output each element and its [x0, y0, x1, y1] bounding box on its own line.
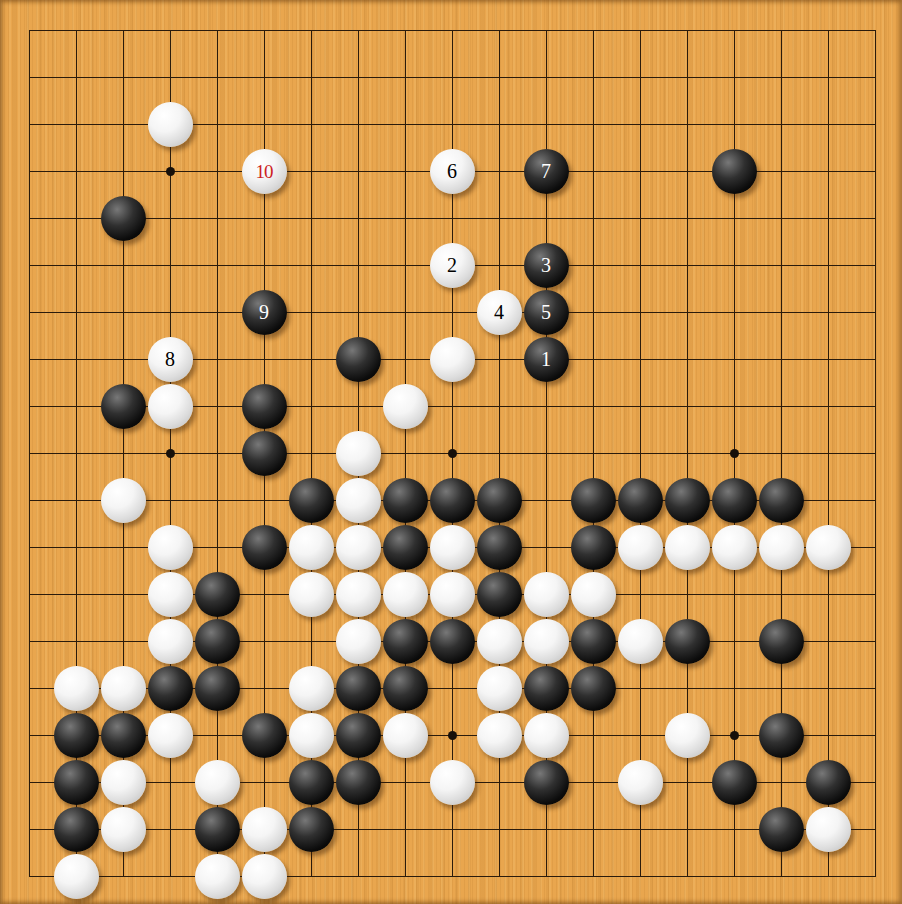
stone-black[interactable]: 7 — [524, 149, 569, 194]
move-number-label: 6 — [447, 161, 457, 181]
move-number-label: 10 — [256, 162, 273, 181]
stone-white[interactable] — [430, 337, 475, 382]
stone-white[interactable] — [195, 760, 240, 805]
stone-black[interactable] — [665, 619, 710, 664]
stone-black[interactable] — [759, 478, 804, 523]
stone-black[interactable] — [477, 478, 522, 523]
stone-white[interactable] — [618, 525, 663, 570]
stone-white[interactable] — [383, 384, 428, 429]
star-point — [166, 167, 175, 176]
stone-white[interactable] — [148, 525, 193, 570]
stone-white[interactable] — [242, 854, 287, 899]
move-number-label: 7 — [541, 161, 551, 181]
stone-white[interactable] — [524, 619, 569, 664]
stone-white[interactable] — [148, 102, 193, 147]
stone-black[interactable] — [54, 713, 99, 758]
stone-white[interactable] — [477, 713, 522, 758]
grid-line-vertical — [875, 30, 876, 877]
stone-white[interactable] — [430, 572, 475, 617]
stone-black[interactable] — [571, 666, 616, 711]
stone-white[interactable] — [336, 619, 381, 664]
stone-white[interactable] — [571, 572, 616, 617]
stone-black[interactable]: 1 — [524, 337, 569, 382]
stone-white[interactable]: 6 — [430, 149, 475, 194]
stone-black[interactable] — [665, 478, 710, 523]
stone-black[interactable] — [195, 666, 240, 711]
stone-white[interactable] — [148, 572, 193, 617]
stone-white[interactable] — [336, 572, 381, 617]
move-number-label: 1 — [541, 349, 551, 369]
grid-line-horizontal — [29, 829, 876, 830]
stone-white[interactable] — [806, 807, 851, 852]
stone-black[interactable] — [336, 337, 381, 382]
stone-black[interactable] — [383, 619, 428, 664]
stone-white[interactable] — [101, 760, 146, 805]
stone-black[interactable] — [383, 666, 428, 711]
stone-black[interactable] — [289, 478, 334, 523]
stone-white[interactable] — [430, 525, 475, 570]
stone-black[interactable] — [430, 619, 475, 664]
stone-black[interactable] — [571, 619, 616, 664]
stone-black[interactable] — [712, 478, 757, 523]
stone-black[interactable] — [289, 807, 334, 852]
stone-black[interactable] — [336, 666, 381, 711]
stone-white[interactable] — [101, 478, 146, 523]
stone-white[interactable] — [477, 619, 522, 664]
stone-black[interactable] — [477, 525, 522, 570]
stone-white[interactable] — [618, 619, 663, 664]
stone-white[interactable] — [477, 666, 522, 711]
stone-black[interactable] — [524, 760, 569, 805]
stone-black[interactable] — [712, 760, 757, 805]
stone-black[interactable]: 3 — [524, 243, 569, 288]
stone-white[interactable] — [759, 525, 804, 570]
stone-white[interactable] — [430, 760, 475, 805]
star-point — [448, 731, 457, 740]
stone-black[interactable] — [759, 807, 804, 852]
star-point — [448, 449, 457, 458]
stone-black[interactable] — [383, 478, 428, 523]
stone-black[interactable] — [712, 149, 757, 194]
move-number-label: 8 — [165, 349, 175, 369]
stone-white[interactable] — [195, 854, 240, 899]
stone-white[interactable]: 8 — [148, 337, 193, 382]
stone-black[interactable] — [477, 572, 522, 617]
move-number-label: 5 — [541, 302, 551, 322]
stone-white[interactable] — [524, 572, 569, 617]
stone-black[interactable] — [618, 478, 663, 523]
stone-white[interactable] — [242, 807, 287, 852]
stone-white[interactable] — [336, 478, 381, 523]
stone-white[interactable] — [336, 431, 381, 476]
star-point — [730, 449, 739, 458]
stone-white[interactable] — [665, 525, 710, 570]
stone-black[interactable] — [242, 713, 287, 758]
stone-white[interactable] — [101, 666, 146, 711]
move-number-label: 2 — [447, 255, 457, 275]
stone-black[interactable] — [242, 525, 287, 570]
stone-black[interactable]: 5 — [524, 290, 569, 335]
stone-black[interactable] — [806, 760, 851, 805]
stone-black[interactable] — [54, 760, 99, 805]
move-number-label: 4 — [494, 302, 504, 322]
stone-white[interactable] — [148, 384, 193, 429]
stone-white[interactable] — [806, 525, 851, 570]
stone-black[interactable] — [101, 713, 146, 758]
stone-black[interactable] — [571, 525, 616, 570]
stone-white[interactable] — [336, 525, 381, 570]
stone-white[interactable] — [54, 666, 99, 711]
stone-white[interactable] — [101, 807, 146, 852]
stone-black[interactable] — [759, 619, 804, 664]
stone-black[interactable] — [336, 713, 381, 758]
stone-white[interactable] — [289, 525, 334, 570]
stone-black[interactable] — [101, 196, 146, 241]
move-number-label: 3 — [541, 255, 551, 275]
stone-black[interactable] — [195, 807, 240, 852]
stone-black[interactable] — [289, 760, 334, 805]
stone-white[interactable]: 4 — [477, 290, 522, 335]
grid-line-vertical — [593, 30, 594, 877]
star-point — [730, 731, 739, 740]
stone-white[interactable] — [148, 619, 193, 664]
stone-black[interactable]: 9 — [242, 290, 287, 335]
stone-white[interactable] — [618, 760, 663, 805]
stone-black[interactable] — [195, 619, 240, 664]
stone-black[interactable] — [383, 525, 428, 570]
stone-white[interactable] — [665, 713, 710, 758]
go-board[interactable]: 10672394581 — [0, 0, 902, 904]
move-number-label: 9 — [259, 302, 269, 322]
stone-black[interactable] — [430, 478, 475, 523]
stone-black[interactable] — [54, 807, 99, 852]
stone-white[interactable] — [289, 713, 334, 758]
stone-white[interactable]: 10 — [242, 149, 287, 194]
stone-white[interactable] — [383, 713, 428, 758]
stone-black[interactable] — [759, 713, 804, 758]
stone-white[interactable] — [712, 525, 757, 570]
stone-white[interactable] — [148, 713, 193, 758]
stone-black[interactable] — [524, 666, 569, 711]
stone-black[interactable] — [242, 384, 287, 429]
grid-line-horizontal — [29, 876, 876, 877]
stone-white[interactable] — [54, 854, 99, 899]
stone-black[interactable] — [195, 572, 240, 617]
star-point — [166, 449, 175, 458]
stone-white[interactable] — [524, 713, 569, 758]
stone-black[interactable] — [571, 478, 616, 523]
stone-white[interactable] — [383, 572, 428, 617]
stone-white[interactable] — [289, 572, 334, 617]
stone-white[interactable]: 2 — [430, 243, 475, 288]
stone-black[interactable] — [101, 384, 146, 429]
stone-black[interactable] — [242, 431, 287, 476]
stone-black[interactable] — [148, 666, 193, 711]
stone-black[interactable] — [336, 760, 381, 805]
grid-line-vertical — [640, 30, 641, 877]
grid-line-vertical — [828, 30, 829, 877]
stone-white[interactable] — [289, 666, 334, 711]
